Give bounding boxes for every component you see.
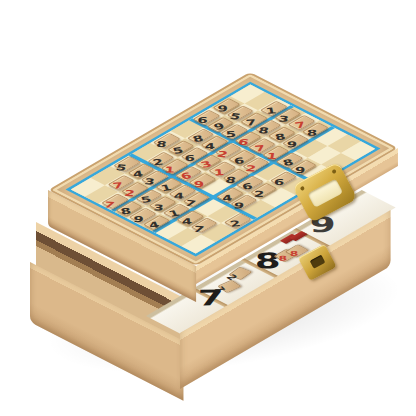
drawer-tile[interactable]: 2 xyxy=(228,267,252,280)
hasp-slot xyxy=(307,179,343,208)
catch-slot xyxy=(310,255,326,269)
product-photo: 7 8 9 7 2 8 8 58697425895723164571851632… xyxy=(0,0,416,416)
screw-icon xyxy=(331,169,336,174)
screw-icon xyxy=(300,186,305,191)
